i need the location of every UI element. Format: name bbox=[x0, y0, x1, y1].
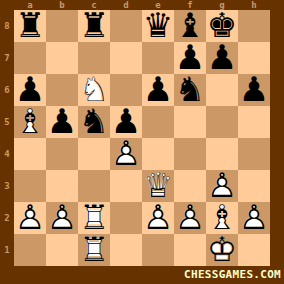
rank-label: 5 bbox=[0, 106, 14, 138]
piece-white-pawn: ♟♙ bbox=[174, 202, 206, 234]
square-h2[interactable]: ♟♙ bbox=[238, 202, 270, 234]
square-d7[interactable] bbox=[110, 42, 142, 74]
piece-glyph-outline: ♗ bbox=[14, 106, 46, 138]
square-a5[interactable]: ♝♗ bbox=[14, 106, 46, 138]
square-h1[interactable] bbox=[238, 234, 270, 266]
square-d1[interactable] bbox=[110, 234, 142, 266]
rank-label: 1 bbox=[0, 234, 14, 266]
file-label: d bbox=[110, 0, 142, 10]
square-b2[interactable]: ♟♙ bbox=[46, 202, 78, 234]
rank-label: 7 bbox=[0, 42, 14, 74]
piece-glyph: ♞ bbox=[78, 106, 110, 138]
square-h5[interactable] bbox=[238, 106, 270, 138]
piece-white-rook: ♜♖ bbox=[78, 234, 110, 266]
square-e1[interactable] bbox=[142, 234, 174, 266]
square-g1[interactable]: ♚♔ bbox=[206, 234, 238, 266]
square-f1[interactable] bbox=[174, 234, 206, 266]
square-g5[interactable] bbox=[206, 106, 238, 138]
square-d4[interactable]: ♟♙ bbox=[110, 138, 142, 170]
square-b4[interactable] bbox=[46, 138, 78, 170]
piece-glyph-outline: ♙ bbox=[142, 202, 174, 234]
square-d2[interactable] bbox=[110, 202, 142, 234]
square-h4[interactable] bbox=[238, 138, 270, 170]
square-h6[interactable]: ♟ bbox=[238, 74, 270, 106]
rank-label: 3 bbox=[0, 170, 14, 202]
piece-glyph-outline: ♙ bbox=[14, 202, 46, 234]
piece-black-queen: ♛ bbox=[142, 10, 174, 42]
piece-black-pawn: ♟ bbox=[46, 106, 78, 138]
square-f2[interactable]: ♟♙ bbox=[174, 202, 206, 234]
piece-glyph-outline: ♙ bbox=[46, 202, 78, 234]
square-g6[interactable] bbox=[206, 74, 238, 106]
piece-black-rook: ♜ bbox=[78, 10, 110, 42]
piece-glyph: ♟ bbox=[238, 74, 270, 106]
rank-label: 6 bbox=[0, 74, 14, 106]
piece-black-pawn: ♟ bbox=[238, 74, 270, 106]
square-e6[interactable]: ♟ bbox=[142, 74, 174, 106]
square-e2[interactable]: ♟♙ bbox=[142, 202, 174, 234]
square-c5[interactable]: ♞ bbox=[78, 106, 110, 138]
piece-white-bishop: ♝♗ bbox=[14, 106, 46, 138]
rank-label: 8 bbox=[0, 10, 14, 42]
rank-labels: 87654321 bbox=[0, 10, 14, 266]
square-a4[interactable] bbox=[14, 138, 46, 170]
square-d3[interactable] bbox=[110, 170, 142, 202]
piece-glyph-outline: ♙ bbox=[238, 202, 270, 234]
square-b7[interactable] bbox=[46, 42, 78, 74]
piece-white-king: ♚♔ bbox=[206, 234, 238, 266]
piece-glyph: ♜ bbox=[14, 10, 46, 42]
square-f4[interactable] bbox=[174, 138, 206, 170]
piece-glyph-outline: ♔ bbox=[206, 234, 238, 266]
piece-black-rook: ♜ bbox=[14, 10, 46, 42]
piece-glyph-outline: ♙ bbox=[174, 202, 206, 234]
square-b1[interactable] bbox=[46, 234, 78, 266]
chess-board: ♜♜♛♝♚♟♟♟♞♘♟♞♟♝♗♟♞♟♟♙♛♕♟♙♟♙♟♙♜♖♟♙♟♙♝♗♟♙♜♖… bbox=[14, 10, 270, 266]
piece-glyph: ♞ bbox=[174, 74, 206, 106]
square-f5[interactable] bbox=[174, 106, 206, 138]
board-frame: abcdefgh 87654321 ♜♜♛♝♚♟♟♟♞♘♟♞♟♝♗♟♞♟♟♙♛♕… bbox=[0, 0, 284, 284]
square-f6[interactable]: ♞ bbox=[174, 74, 206, 106]
piece-white-pawn: ♟♙ bbox=[14, 202, 46, 234]
file-label: b bbox=[46, 0, 78, 10]
piece-white-pawn: ♟♙ bbox=[238, 202, 270, 234]
square-b8[interactable] bbox=[46, 10, 78, 42]
piece-black-pawn: ♟ bbox=[142, 74, 174, 106]
piece-glyph-outline: ♖ bbox=[78, 234, 110, 266]
file-label: h bbox=[238, 0, 270, 10]
square-b5[interactable]: ♟ bbox=[46, 106, 78, 138]
piece-glyph-outline: ♙ bbox=[110, 138, 142, 170]
rank-label: 4 bbox=[0, 138, 14, 170]
square-e8[interactable]: ♛ bbox=[142, 10, 174, 42]
square-c1[interactable]: ♜♖ bbox=[78, 234, 110, 266]
piece-glyph: ♟ bbox=[46, 106, 78, 138]
square-e5[interactable] bbox=[142, 106, 174, 138]
piece-white-pawn: ♟♙ bbox=[110, 138, 142, 170]
piece-glyph: ♜ bbox=[78, 10, 110, 42]
square-h8[interactable] bbox=[238, 10, 270, 42]
piece-black-pawn: ♟ bbox=[206, 42, 238, 74]
piece-black-knight: ♞ bbox=[174, 74, 206, 106]
piece-glyph: ♟ bbox=[142, 74, 174, 106]
piece-glyph: ♟ bbox=[206, 42, 238, 74]
piece-white-pawn: ♟♙ bbox=[142, 202, 174, 234]
piece-glyph: ♛ bbox=[142, 10, 174, 42]
site-credit: CHESSGAMES.COM bbox=[184, 268, 281, 281]
piece-black-knight: ♞ bbox=[78, 106, 110, 138]
square-a1[interactable] bbox=[14, 234, 46, 266]
square-a8[interactable]: ♜ bbox=[14, 10, 46, 42]
square-c8[interactable]: ♜ bbox=[78, 10, 110, 42]
square-a2[interactable]: ♟♙ bbox=[14, 202, 46, 234]
square-g7[interactable]: ♟ bbox=[206, 42, 238, 74]
square-c4[interactable] bbox=[78, 138, 110, 170]
rank-label: 2 bbox=[0, 202, 14, 234]
square-d8[interactable] bbox=[110, 10, 142, 42]
piece-white-pawn: ♟♙ bbox=[46, 202, 78, 234]
